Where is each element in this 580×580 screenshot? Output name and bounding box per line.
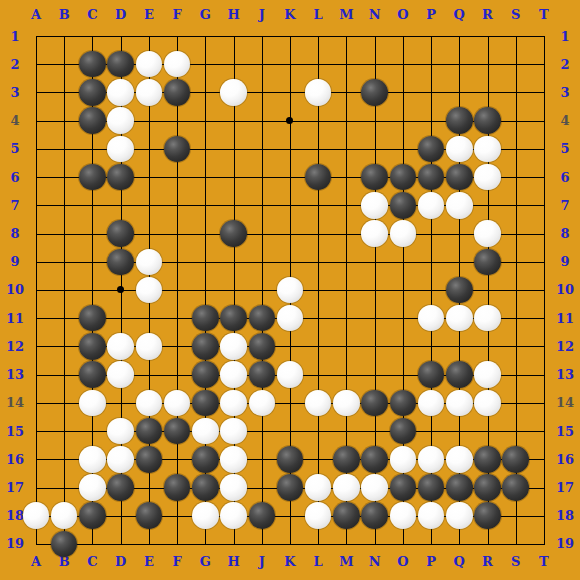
cell-T3[interactable]	[530, 78, 558, 106]
cell-G3[interactable]	[191, 78, 219, 106]
cell-F11[interactable]	[163, 304, 191, 332]
cell-N18[interactable]	[361, 502, 389, 530]
cell-R10[interactable]	[473, 276, 501, 304]
cell-O18[interactable]	[389, 502, 417, 530]
cell-S4[interactable]	[502, 107, 530, 135]
cell-F2[interactable]	[163, 50, 191, 78]
cell-N19[interactable]	[361, 530, 389, 558]
cell-Q11[interactable]	[445, 304, 473, 332]
cell-R7[interactable]	[473, 191, 501, 219]
cell-H6[interactable]	[219, 163, 247, 191]
cell-H9[interactable]	[219, 248, 247, 276]
cell-Q6[interactable]	[445, 163, 473, 191]
cell-A11[interactable]	[22, 304, 50, 332]
cell-O14[interactable]	[389, 389, 417, 417]
cell-S11[interactable]	[502, 304, 530, 332]
cell-B3[interactable]	[50, 78, 78, 106]
cell-G6[interactable]	[191, 163, 219, 191]
cell-S6[interactable]	[502, 163, 530, 191]
cell-M17[interactable]	[332, 473, 360, 501]
cell-E11[interactable]	[135, 304, 163, 332]
cell-N15[interactable]	[361, 417, 389, 445]
cell-S2[interactable]	[502, 50, 530, 78]
cell-G19[interactable]	[191, 530, 219, 558]
cell-A1[interactable]	[22, 22, 50, 50]
cell-L5[interactable]	[304, 135, 332, 163]
cell-C5[interactable]	[78, 135, 106, 163]
cell-C15[interactable]	[78, 417, 106, 445]
cell-H8[interactable]	[219, 219, 247, 247]
cell-T8[interactable]	[530, 219, 558, 247]
cell-H10[interactable]	[219, 276, 247, 304]
cell-S14[interactable]	[502, 389, 530, 417]
cell-B17[interactable]	[50, 473, 78, 501]
cell-T10[interactable]	[530, 276, 558, 304]
cell-K11[interactable]	[276, 304, 304, 332]
cell-P8[interactable]	[417, 219, 445, 247]
cell-L7[interactable]	[304, 191, 332, 219]
cell-N2[interactable]	[361, 50, 389, 78]
cell-L3[interactable]	[304, 78, 332, 106]
cell-D16[interactable]	[107, 445, 135, 473]
cell-F1[interactable]	[163, 22, 191, 50]
cell-H7[interactable]	[219, 191, 247, 219]
cell-J17[interactable]	[248, 473, 276, 501]
cell-A9[interactable]	[22, 248, 50, 276]
cell-G15[interactable]	[191, 417, 219, 445]
cell-F15[interactable]	[163, 417, 191, 445]
cell-H15[interactable]	[219, 417, 247, 445]
cell-K4[interactable]	[276, 107, 304, 135]
cell-F12[interactable]	[163, 332, 191, 360]
cell-R17[interactable]	[473, 473, 501, 501]
cell-J5[interactable]	[248, 135, 276, 163]
cell-N1[interactable]	[361, 22, 389, 50]
cell-B8[interactable]	[50, 219, 78, 247]
cell-O4[interactable]	[389, 107, 417, 135]
cell-J4[interactable]	[248, 107, 276, 135]
cell-D7[interactable]	[107, 191, 135, 219]
cell-L13[interactable]	[304, 361, 332, 389]
cell-T19[interactable]	[530, 530, 558, 558]
cell-Q13[interactable]	[445, 361, 473, 389]
cell-R15[interactable]	[473, 417, 501, 445]
cell-J3[interactable]	[248, 78, 276, 106]
cell-R13[interactable]	[473, 361, 501, 389]
cell-T2[interactable]	[530, 50, 558, 78]
cell-F7[interactable]	[163, 191, 191, 219]
cell-Q17[interactable]	[445, 473, 473, 501]
cell-M9[interactable]	[332, 248, 360, 276]
cell-C17[interactable]	[78, 473, 106, 501]
cell-A10[interactable]	[22, 276, 50, 304]
cell-B9[interactable]	[50, 248, 78, 276]
cell-M3[interactable]	[332, 78, 360, 106]
cell-J18[interactable]	[248, 502, 276, 530]
cell-P16[interactable]	[417, 445, 445, 473]
cell-O7[interactable]	[389, 191, 417, 219]
cell-P9[interactable]	[417, 248, 445, 276]
cell-F18[interactable]	[163, 502, 191, 530]
cell-R9[interactable]	[473, 248, 501, 276]
cell-B14[interactable]	[50, 389, 78, 417]
cell-F17[interactable]	[163, 473, 191, 501]
cell-K5[interactable]	[276, 135, 304, 163]
cell-S10[interactable]	[502, 276, 530, 304]
cell-A14[interactable]	[22, 389, 50, 417]
cell-Q5[interactable]	[445, 135, 473, 163]
cell-G8[interactable]	[191, 219, 219, 247]
cell-M7[interactable]	[332, 191, 360, 219]
cell-E18[interactable]	[135, 502, 163, 530]
cell-J6[interactable]	[248, 163, 276, 191]
cell-E16[interactable]	[135, 445, 163, 473]
cell-N14[interactable]	[361, 389, 389, 417]
cell-M16[interactable]	[332, 445, 360, 473]
cell-J7[interactable]	[248, 191, 276, 219]
cell-C19[interactable]	[78, 530, 106, 558]
cell-C1[interactable]	[78, 22, 106, 50]
cell-L8[interactable]	[304, 219, 332, 247]
cell-H5[interactable]	[219, 135, 247, 163]
cell-K7[interactable]	[276, 191, 304, 219]
cell-F9[interactable]	[163, 248, 191, 276]
cell-T18[interactable]	[530, 502, 558, 530]
cell-H13[interactable]	[219, 361, 247, 389]
cell-B16[interactable]	[50, 445, 78, 473]
cell-N10[interactable]	[361, 276, 389, 304]
cell-O11[interactable]	[389, 304, 417, 332]
cell-J2[interactable]	[248, 50, 276, 78]
cell-P11[interactable]	[417, 304, 445, 332]
cell-N8[interactable]	[361, 219, 389, 247]
cell-Q4[interactable]	[445, 107, 473, 135]
cell-J16[interactable]	[248, 445, 276, 473]
cell-L17[interactable]	[304, 473, 332, 501]
cell-R16[interactable]	[473, 445, 501, 473]
cell-F16[interactable]	[163, 445, 191, 473]
cell-L16[interactable]	[304, 445, 332, 473]
cell-H1[interactable]	[219, 22, 247, 50]
cell-D6[interactable]	[107, 163, 135, 191]
cell-D17[interactable]	[107, 473, 135, 501]
cell-O9[interactable]	[389, 248, 417, 276]
cell-B6[interactable]	[50, 163, 78, 191]
cell-S16[interactable]	[502, 445, 530, 473]
cell-S1[interactable]	[502, 22, 530, 50]
cell-G10[interactable]	[191, 276, 219, 304]
cell-O6[interactable]	[389, 163, 417, 191]
cell-E3[interactable]	[135, 78, 163, 106]
cell-R3[interactable]	[473, 78, 501, 106]
cell-S13[interactable]	[502, 361, 530, 389]
cell-L4[interactable]	[304, 107, 332, 135]
cell-K14[interactable]	[276, 389, 304, 417]
cell-N9[interactable]	[361, 248, 389, 276]
cell-N4[interactable]	[361, 107, 389, 135]
cell-E17[interactable]	[135, 473, 163, 501]
cell-M19[interactable]	[332, 530, 360, 558]
cell-O10[interactable]	[389, 276, 417, 304]
cell-R2[interactable]	[473, 50, 501, 78]
cell-R12[interactable]	[473, 332, 501, 360]
cell-T17[interactable]	[530, 473, 558, 501]
cell-F3[interactable]	[163, 78, 191, 106]
cell-P14[interactable]	[417, 389, 445, 417]
cell-F4[interactable]	[163, 107, 191, 135]
cell-E2[interactable]	[135, 50, 163, 78]
cell-G4[interactable]	[191, 107, 219, 135]
cell-T12[interactable]	[530, 332, 558, 360]
cell-D14[interactable]	[107, 389, 135, 417]
cell-Q19[interactable]	[445, 530, 473, 558]
cell-N6[interactable]	[361, 163, 389, 191]
cell-K17[interactable]	[276, 473, 304, 501]
cell-K12[interactable]	[276, 332, 304, 360]
cell-Q16[interactable]	[445, 445, 473, 473]
cell-Q12[interactable]	[445, 332, 473, 360]
cell-P15[interactable]	[417, 417, 445, 445]
cell-T11[interactable]	[530, 304, 558, 332]
cell-B2[interactable]	[50, 50, 78, 78]
cell-O13[interactable]	[389, 361, 417, 389]
cell-H14[interactable]	[219, 389, 247, 417]
cell-C7[interactable]	[78, 191, 106, 219]
cell-E9[interactable]	[135, 248, 163, 276]
cell-K1[interactable]	[276, 22, 304, 50]
cell-N17[interactable]	[361, 473, 389, 501]
cell-S3[interactable]	[502, 78, 530, 106]
cell-O3[interactable]	[389, 78, 417, 106]
cell-O12[interactable]	[389, 332, 417, 360]
cell-K10[interactable]	[276, 276, 304, 304]
cell-N16[interactable]	[361, 445, 389, 473]
cell-K6[interactable]	[276, 163, 304, 191]
cell-C11[interactable]	[78, 304, 106, 332]
cell-K3[interactable]	[276, 78, 304, 106]
cell-C12[interactable]	[78, 332, 106, 360]
cell-Q9[interactable]	[445, 248, 473, 276]
cell-G9[interactable]	[191, 248, 219, 276]
cell-L1[interactable]	[304, 22, 332, 50]
cell-R14[interactable]	[473, 389, 501, 417]
cell-T4[interactable]	[530, 107, 558, 135]
cell-G17[interactable]	[191, 473, 219, 501]
cell-S9[interactable]	[502, 248, 530, 276]
cell-A12[interactable]	[22, 332, 50, 360]
cell-N12[interactable]	[361, 332, 389, 360]
cell-E14[interactable]	[135, 389, 163, 417]
cell-D19[interactable]	[107, 530, 135, 558]
cell-E19[interactable]	[135, 530, 163, 558]
cell-Q2[interactable]	[445, 50, 473, 78]
cell-P13[interactable]	[417, 361, 445, 389]
cell-L11[interactable]	[304, 304, 332, 332]
cell-L2[interactable]	[304, 50, 332, 78]
cell-J8[interactable]	[248, 219, 276, 247]
cell-L12[interactable]	[304, 332, 332, 360]
cell-B10[interactable]	[50, 276, 78, 304]
cell-T15[interactable]	[530, 417, 558, 445]
cell-A19[interactable]	[22, 530, 50, 558]
cell-L18[interactable]	[304, 502, 332, 530]
cell-A13[interactable]	[22, 361, 50, 389]
cell-Q8[interactable]	[445, 219, 473, 247]
cell-G12[interactable]	[191, 332, 219, 360]
cell-G18[interactable]	[191, 502, 219, 530]
cell-G2[interactable]	[191, 50, 219, 78]
cell-N3[interactable]	[361, 78, 389, 106]
cell-J9[interactable]	[248, 248, 276, 276]
cell-K9[interactable]	[276, 248, 304, 276]
cell-D3[interactable]	[107, 78, 135, 106]
cell-D10[interactable]	[107, 276, 135, 304]
cell-E1[interactable]	[135, 22, 163, 50]
cell-L14[interactable]	[304, 389, 332, 417]
cell-K18[interactable]	[276, 502, 304, 530]
cell-L6[interactable]	[304, 163, 332, 191]
cell-D1[interactable]	[107, 22, 135, 50]
cell-K13[interactable]	[276, 361, 304, 389]
cell-D15[interactable]	[107, 417, 135, 445]
cell-T14[interactable]	[530, 389, 558, 417]
cell-M6[interactable]	[332, 163, 360, 191]
cell-K16[interactable]	[276, 445, 304, 473]
cell-Q10[interactable]	[445, 276, 473, 304]
cell-Q14[interactable]	[445, 389, 473, 417]
cell-A18[interactable]	[22, 502, 50, 530]
cell-P1[interactable]	[417, 22, 445, 50]
cell-N13[interactable]	[361, 361, 389, 389]
cell-M11[interactable]	[332, 304, 360, 332]
cell-M10[interactable]	[332, 276, 360, 304]
cell-H12[interactable]	[219, 332, 247, 360]
cell-B4[interactable]	[50, 107, 78, 135]
cell-M2[interactable]	[332, 50, 360, 78]
cell-F19[interactable]	[163, 530, 191, 558]
cell-A2[interactable]	[22, 50, 50, 78]
cell-C13[interactable]	[78, 361, 106, 389]
cell-C16[interactable]	[78, 445, 106, 473]
cell-Q15[interactable]	[445, 417, 473, 445]
cell-H19[interactable]	[219, 530, 247, 558]
cell-B12[interactable]	[50, 332, 78, 360]
cell-Q1[interactable]	[445, 22, 473, 50]
cell-C14[interactable]	[78, 389, 106, 417]
cell-B15[interactable]	[50, 417, 78, 445]
cell-E6[interactable]	[135, 163, 163, 191]
cell-G13[interactable]	[191, 361, 219, 389]
cell-H3[interactable]	[219, 78, 247, 106]
cell-O15[interactable]	[389, 417, 417, 445]
cell-F14[interactable]	[163, 389, 191, 417]
cell-F8[interactable]	[163, 219, 191, 247]
cell-B7[interactable]	[50, 191, 78, 219]
cell-C10[interactable]	[78, 276, 106, 304]
cell-E8[interactable]	[135, 219, 163, 247]
cell-B1[interactable]	[50, 22, 78, 50]
cell-E10[interactable]	[135, 276, 163, 304]
cell-B18[interactable]	[50, 502, 78, 530]
cell-E4[interactable]	[135, 107, 163, 135]
cell-P7[interactable]	[417, 191, 445, 219]
cell-R11[interactable]	[473, 304, 501, 332]
cell-G1[interactable]	[191, 22, 219, 50]
cell-J11[interactable]	[248, 304, 276, 332]
cell-C8[interactable]	[78, 219, 106, 247]
cell-L9[interactable]	[304, 248, 332, 276]
cell-T7[interactable]	[530, 191, 558, 219]
cell-D9[interactable]	[107, 248, 135, 276]
cell-M15[interactable]	[332, 417, 360, 445]
cell-R5[interactable]	[473, 135, 501, 163]
cell-J1[interactable]	[248, 22, 276, 50]
cell-M1[interactable]	[332, 22, 360, 50]
cell-N11[interactable]	[361, 304, 389, 332]
cell-R19[interactable]	[473, 530, 501, 558]
cell-B13[interactable]	[50, 361, 78, 389]
cell-A5[interactable]	[22, 135, 50, 163]
cell-M8[interactable]	[332, 219, 360, 247]
cell-O5[interactable]	[389, 135, 417, 163]
cell-T5[interactable]	[530, 135, 558, 163]
cell-F5[interactable]	[163, 135, 191, 163]
cell-C18[interactable]	[78, 502, 106, 530]
cell-D8[interactable]	[107, 219, 135, 247]
cell-T6[interactable]	[530, 163, 558, 191]
cell-A8[interactable]	[22, 219, 50, 247]
cell-R4[interactable]	[473, 107, 501, 135]
cell-T16[interactable]	[530, 445, 558, 473]
cell-S7[interactable]	[502, 191, 530, 219]
cell-R18[interactable]	[473, 502, 501, 530]
cell-G5[interactable]	[191, 135, 219, 163]
cell-D2[interactable]	[107, 50, 135, 78]
cell-S18[interactable]	[502, 502, 530, 530]
cell-P17[interactable]	[417, 473, 445, 501]
cell-C6[interactable]	[78, 163, 106, 191]
cell-C2[interactable]	[78, 50, 106, 78]
cell-S8[interactable]	[502, 219, 530, 247]
cell-E5[interactable]	[135, 135, 163, 163]
cell-S12[interactable]	[502, 332, 530, 360]
cell-O2[interactable]	[389, 50, 417, 78]
cell-K15[interactable]	[276, 417, 304, 445]
cell-T9[interactable]	[530, 248, 558, 276]
cell-H11[interactable]	[219, 304, 247, 332]
cell-G11[interactable]	[191, 304, 219, 332]
cell-M13[interactable]	[332, 361, 360, 389]
cell-A16[interactable]	[22, 445, 50, 473]
cell-A15[interactable]	[22, 417, 50, 445]
cell-D18[interactable]	[107, 502, 135, 530]
cell-B11[interactable]	[50, 304, 78, 332]
cell-E15[interactable]	[135, 417, 163, 445]
cell-H17[interactable]	[219, 473, 247, 501]
cell-G16[interactable]	[191, 445, 219, 473]
cell-G7[interactable]	[191, 191, 219, 219]
cell-R6[interactable]	[473, 163, 501, 191]
cell-M4[interactable]	[332, 107, 360, 135]
cell-R1[interactable]	[473, 22, 501, 50]
cell-O17[interactable]	[389, 473, 417, 501]
cell-J12[interactable]	[248, 332, 276, 360]
cell-P3[interactable]	[417, 78, 445, 106]
cell-D11[interactable]	[107, 304, 135, 332]
cell-P19[interactable]	[417, 530, 445, 558]
cell-O16[interactable]	[389, 445, 417, 473]
cell-H16[interactable]	[219, 445, 247, 473]
